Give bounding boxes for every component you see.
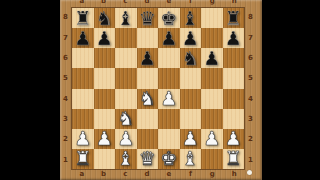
square-d6[interactable]: ♟ xyxy=(137,48,159,68)
rank-label-2-left: 2 xyxy=(60,129,71,149)
piece-white-pawn[interactable]: ♟ xyxy=(203,129,220,148)
rank-label-8-left: 8 xyxy=(60,7,71,27)
rank-label-6-left: 6 xyxy=(60,48,71,68)
square-e3[interactable] xyxy=(158,109,180,129)
square-c5[interactable] xyxy=(115,68,137,88)
file-label-g: g xyxy=(202,170,224,180)
square-f1[interactable]: ♝ xyxy=(180,149,202,169)
rank-label-7-left: 7 xyxy=(60,27,71,47)
square-g6[interactable]: ♟ xyxy=(201,48,223,68)
piece-white-king[interactable]: ♚ xyxy=(160,149,177,168)
rank-label-6-right: 6 xyxy=(245,48,262,68)
square-d3[interactable] xyxy=(137,109,159,129)
square-f7[interactable]: ♟ xyxy=(180,28,202,48)
square-d2[interactable] xyxy=(137,129,159,149)
file-label-a: a xyxy=(71,0,93,4)
piece-black-knight[interactable]: ♞ xyxy=(96,9,113,28)
piece-black-rook[interactable]: ♜ xyxy=(225,9,242,28)
rank-label-2-right: 2 xyxy=(245,129,262,149)
piece-white-pawn[interactable]: ♟ xyxy=(225,129,242,148)
piece-black-bishop[interactable]: ♝ xyxy=(117,9,134,28)
rank-label-7-right: 7 xyxy=(245,27,262,47)
square-b2[interactable]: ♟ xyxy=(94,129,116,149)
rank-labels-right: 87654321 xyxy=(245,7,262,170)
square-a5[interactable] xyxy=(72,68,94,88)
file-label-d: d xyxy=(136,170,158,180)
square-h2[interactable]: ♟ xyxy=(223,129,245,149)
rank-label-1-left: 1 xyxy=(60,150,71,170)
square-e6[interactable] xyxy=(158,48,180,68)
piece-white-rook[interactable]: ♜ xyxy=(225,149,242,168)
square-b3[interactable] xyxy=(94,109,116,129)
file-label-c: c xyxy=(115,170,137,180)
square-a1[interactable]: ♜ xyxy=(72,149,94,169)
square-d5[interactable] xyxy=(137,68,159,88)
square-b6[interactable] xyxy=(94,48,116,68)
piece-black-rook[interactable]: ♜ xyxy=(74,9,91,28)
square-d4[interactable]: ♞ xyxy=(137,89,159,109)
file-label-h: h xyxy=(223,170,245,180)
square-h4[interactable] xyxy=(223,89,245,109)
chess-board: abcdefgh 87654321 ♜♞♝♛♚♝♜♟♟♟♟♟♟♞♟♞♟♞♟♟♟♟… xyxy=(60,0,262,180)
square-g5[interactable] xyxy=(201,68,223,88)
piece-black-pawn[interactable]: ♟ xyxy=(203,49,220,68)
piece-white-knight[interactable]: ♞ xyxy=(117,109,134,128)
piece-black-pawn[interactable]: ♟ xyxy=(182,29,199,48)
rank-label-5-left: 5 xyxy=(60,68,71,88)
video-frame: abcdefgh 87654321 ♜♞♝♛♚♝♜♟♟♟♟♟♟♞♟♞♟♞♟♟♟♟… xyxy=(0,0,320,180)
rank-label-1-right: 1 xyxy=(245,150,262,170)
square-f3[interactable] xyxy=(180,109,202,129)
square-c7[interactable] xyxy=(115,28,137,48)
square-a3[interactable] xyxy=(72,109,94,129)
square-a6[interactable] xyxy=(72,48,94,68)
rank-label-4-left: 4 xyxy=(60,89,71,109)
square-d1[interactable]: ♛ xyxy=(137,149,159,169)
file-label-g: g xyxy=(202,0,224,4)
square-f4[interactable] xyxy=(180,89,202,109)
square-g3[interactable] xyxy=(201,109,223,129)
file-label-b: b xyxy=(93,0,115,4)
square-g7[interactable] xyxy=(201,28,223,48)
rank-labels-left: 87654321 xyxy=(60,7,71,170)
square-a7[interactable]: ♟ xyxy=(72,28,94,48)
piece-white-queen[interactable]: ♛ xyxy=(139,149,156,168)
square-b8[interactable]: ♞ xyxy=(94,8,116,28)
square-f2[interactable]: ♟ xyxy=(180,129,202,149)
file-labels-top: abcdefgh xyxy=(60,0,262,7)
square-h7[interactable]: ♟ xyxy=(223,28,245,48)
square-c2[interactable]: ♟ xyxy=(115,129,137,149)
piece-white-pawn[interactable]: ♟ xyxy=(117,129,134,148)
piece-white-pawn[interactable]: ♟ xyxy=(74,129,91,148)
square-g4[interactable] xyxy=(201,89,223,109)
piece-black-pawn[interactable]: ♟ xyxy=(74,29,91,48)
square-d8[interactable]: ♛ xyxy=(137,8,159,28)
file-label-f: f xyxy=(180,0,202,4)
square-c6[interactable] xyxy=(115,48,137,68)
piece-white-rook[interactable]: ♜ xyxy=(74,149,91,168)
piece-white-pawn[interactable]: ♟ xyxy=(160,89,177,108)
square-b4[interactable] xyxy=(94,89,116,109)
square-a8[interactable]: ♜ xyxy=(72,8,94,28)
piece-black-bishop[interactable]: ♝ xyxy=(182,9,199,28)
board-grid: ♜♞♝♛♚♝♜♟♟♟♟♟♟♞♟♞♟♞♟♟♟♟♟♟♜♝♛♚♝♜ xyxy=(71,7,245,170)
piece-white-bishop[interactable]: ♝ xyxy=(117,149,134,168)
square-e5[interactable] xyxy=(158,68,180,88)
square-e7[interactable]: ♟ xyxy=(158,28,180,48)
piece-black-knight[interactable]: ♞ xyxy=(182,49,199,68)
square-c1[interactable]: ♝ xyxy=(115,149,137,169)
file-label-e: e xyxy=(158,0,180,4)
file-label-b: b xyxy=(93,170,115,180)
square-g8[interactable] xyxy=(201,8,223,28)
square-f6[interactable]: ♞ xyxy=(180,48,202,68)
file-label-a: a xyxy=(71,170,93,180)
square-e8[interactable]: ♚ xyxy=(158,8,180,28)
square-e1[interactable]: ♚ xyxy=(158,149,180,169)
file-label-h: h xyxy=(223,0,245,4)
square-d7[interactable] xyxy=(137,28,159,48)
square-c3[interactable]: ♞ xyxy=(115,109,137,129)
piece-black-king[interactable]: ♚ xyxy=(160,9,177,28)
white-to-move-indicator xyxy=(247,170,252,175)
piece-black-pawn[interactable]: ♟ xyxy=(96,29,113,48)
rank-label-4-right: 4 xyxy=(245,89,262,109)
square-f8[interactable]: ♝ xyxy=(180,8,202,28)
square-b7[interactable]: ♟ xyxy=(94,28,116,48)
piece-white-bishop[interactable]: ♝ xyxy=(182,149,199,168)
square-h5[interactable] xyxy=(223,68,245,88)
square-e2[interactable] xyxy=(158,129,180,149)
rank-label-8-right: 8 xyxy=(245,7,262,27)
square-h3[interactable] xyxy=(223,109,245,129)
square-g1[interactable] xyxy=(201,149,223,169)
square-b1[interactable] xyxy=(94,149,116,169)
piece-black-pawn[interactable]: ♟ xyxy=(139,49,156,68)
rank-label-3-right: 3 xyxy=(245,109,262,129)
file-label-c: c xyxy=(115,0,137,4)
piece-black-pawn[interactable]: ♟ xyxy=(225,29,242,48)
file-label-f: f xyxy=(180,170,202,180)
square-b5[interactable] xyxy=(94,68,116,88)
square-c4[interactable] xyxy=(115,89,137,109)
piece-white-knight[interactable]: ♞ xyxy=(139,89,156,108)
rank-label-5-right: 5 xyxy=(245,68,262,88)
piece-black-queen[interactable]: ♛ xyxy=(139,9,156,28)
square-g2[interactable]: ♟ xyxy=(201,129,223,149)
file-label-d: d xyxy=(136,0,158,4)
square-a4[interactable] xyxy=(72,89,94,109)
square-h8[interactable]: ♜ xyxy=(223,8,245,28)
piece-black-pawn[interactable]: ♟ xyxy=(160,29,177,48)
square-h1[interactable]: ♜ xyxy=(223,149,245,169)
rank-label-3-left: 3 xyxy=(60,109,71,129)
square-a2[interactable]: ♟ xyxy=(72,129,94,149)
file-labels-bottom: abcdefgh xyxy=(60,170,262,180)
square-h6[interactable] xyxy=(223,48,245,68)
file-label-e: e xyxy=(158,170,180,180)
piece-white-pawn[interactable]: ♟ xyxy=(96,129,113,148)
square-c8[interactable]: ♝ xyxy=(115,8,137,28)
piece-white-pawn[interactable]: ♟ xyxy=(182,129,199,148)
square-f5[interactable] xyxy=(180,68,202,88)
square-e4[interactable]: ♟ xyxy=(158,89,180,109)
